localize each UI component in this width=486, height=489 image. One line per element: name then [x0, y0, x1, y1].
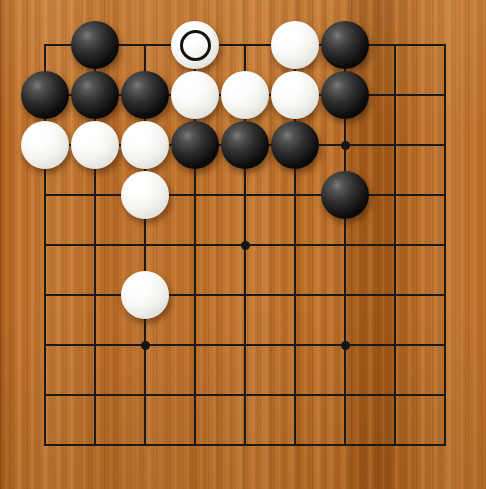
black-stone: ● [321, 171, 369, 219]
stone-glyph: ● [321, 171, 369, 219]
stone-glyph: ● [71, 21, 119, 69]
black-stone: ● [321, 71, 369, 119]
stone-glyph: ● [321, 71, 369, 119]
white-stone: ○ [171, 71, 219, 119]
black-stone: ● [21, 71, 69, 119]
black-stone: ● [71, 71, 119, 119]
white-stone: ○ [21, 121, 69, 169]
stone-glyph: ○ [21, 121, 69, 169]
stone-glyph: ○ [121, 171, 169, 219]
white-stone: ○ [271, 21, 319, 69]
stone-glyph: ● [271, 121, 319, 169]
stone-glyph: ○ [71, 121, 119, 169]
stone-glyph: ● [121, 71, 169, 119]
white-stone: ○ [121, 271, 169, 319]
black-stone: ● [171, 121, 219, 169]
black-stone: ● [321, 21, 369, 69]
star-point [341, 141, 350, 150]
stone-glyph: ● [221, 121, 269, 169]
star-point [241, 241, 250, 250]
stone-glyph: ○ [121, 271, 169, 319]
white-stone: ○ [221, 71, 269, 119]
white-stone: ○ [121, 121, 169, 169]
stone-glyph: ○ [271, 21, 319, 69]
stone-glyph: ● [321, 21, 369, 69]
black-stone: ● [71, 21, 119, 69]
stone-glyph: ○ [221, 71, 269, 119]
white-stone: ○ [271, 71, 319, 119]
black-stone: ● [271, 121, 319, 169]
stone-glyph: ○ [171, 71, 219, 119]
white-stone: ○ [121, 171, 169, 219]
star-point [141, 341, 150, 350]
black-stone: ● [221, 121, 269, 169]
stone-glyph: ● [21, 71, 69, 119]
black-stone: ● [121, 71, 169, 119]
go-board[interactable]: ●○○●●●●○○○●○○○●●●○●○ [0, 0, 486, 489]
stone-glyph: ● [171, 121, 219, 169]
stone-glyph: ● [71, 71, 119, 119]
stone-glyph: ○ [271, 71, 319, 119]
star-point [341, 341, 350, 350]
stone-glyph: ○ [121, 121, 169, 169]
white-stone: ○ [71, 121, 119, 169]
last-move-circle-marker [180, 30, 211, 61]
white-stone: ○ [171, 21, 219, 69]
